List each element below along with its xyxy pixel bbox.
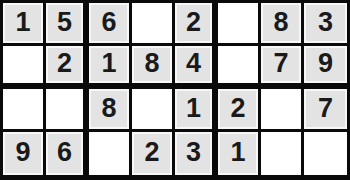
given-digit: 5 [57, 9, 72, 36]
cell-r2c2[interactable]: 2 [46, 46, 89, 89]
cell-r2c3[interactable]: 1 [89, 46, 132, 89]
cell-r3c6[interactable]: 2 [218, 89, 261, 132]
given-digit: 9 [15, 139, 30, 166]
given-digit: 1 [101, 50, 116, 77]
cell-r4c4[interactable]: 2 [132, 132, 175, 175]
sudoku-board: 156283218479812796231 [0, 0, 350, 180]
cell-r1c4[interactable] [132, 3, 175, 46]
given-digit: 6 [57, 139, 72, 166]
cell-r4c6[interactable]: 1 [218, 132, 261, 175]
cell-r3c8[interactable]: 7 [304, 89, 347, 132]
cell-r1c5[interactable]: 2 [175, 3, 218, 46]
given-digit: 7 [273, 50, 288, 77]
cell-r1c8[interactable]: 3 [304, 3, 347, 46]
cell-r1c7[interactable]: 8 [261, 3, 304, 46]
given-digit: 1 [15, 9, 30, 36]
given-digit: 7 [318, 95, 333, 122]
cell-r2c6[interactable] [218, 46, 261, 89]
given-digit: 9 [318, 50, 333, 77]
cell-r4c8[interactable] [304, 132, 347, 175]
cell-r4c1[interactable]: 9 [3, 132, 46, 175]
given-digit: 6 [101, 9, 116, 36]
given-digit: 4 [186, 50, 201, 77]
given-digit: 2 [230, 95, 245, 122]
cell-r2c1[interactable] [3, 46, 46, 89]
given-digit: 2 [186, 9, 201, 36]
given-digit: 2 [144, 139, 159, 166]
given-digit: 1 [230, 139, 245, 166]
cell-r3c4[interactable] [132, 89, 175, 132]
cell-r3c7[interactable] [261, 89, 304, 132]
cell-r3c2[interactable] [46, 89, 89, 132]
given-digit: 8 [144, 50, 159, 77]
given-digit: 3 [186, 139, 201, 166]
given-digit: 8 [101, 95, 116, 122]
cell-r1c1[interactable]: 1 [3, 3, 46, 46]
cell-r1c6[interactable] [218, 3, 261, 46]
given-digit: 2 [57, 50, 72, 77]
cell-r2c4[interactable]: 8 [132, 46, 175, 89]
given-digit: 8 [273, 9, 288, 36]
cell-r2c8[interactable]: 9 [304, 46, 347, 89]
cell-r2c7[interactable]: 7 [261, 46, 304, 89]
cell-r4c2[interactable]: 6 [46, 132, 89, 175]
given-digit: 1 [186, 95, 201, 122]
cell-r4c3[interactable] [89, 132, 132, 175]
cell-r3c1[interactable] [3, 89, 46, 132]
cell-r3c3[interactable]: 8 [89, 89, 132, 132]
cell-r1c2[interactable]: 5 [46, 3, 89, 46]
cell-r2c5[interactable]: 4 [175, 46, 218, 89]
given-digit: 3 [318, 9, 333, 36]
cell-r1c3[interactable]: 6 [89, 3, 132, 46]
cell-r4c5[interactable]: 3 [175, 132, 218, 175]
cell-r3c5[interactable]: 1 [175, 89, 218, 132]
cell-r4c7[interactable] [261, 132, 304, 175]
